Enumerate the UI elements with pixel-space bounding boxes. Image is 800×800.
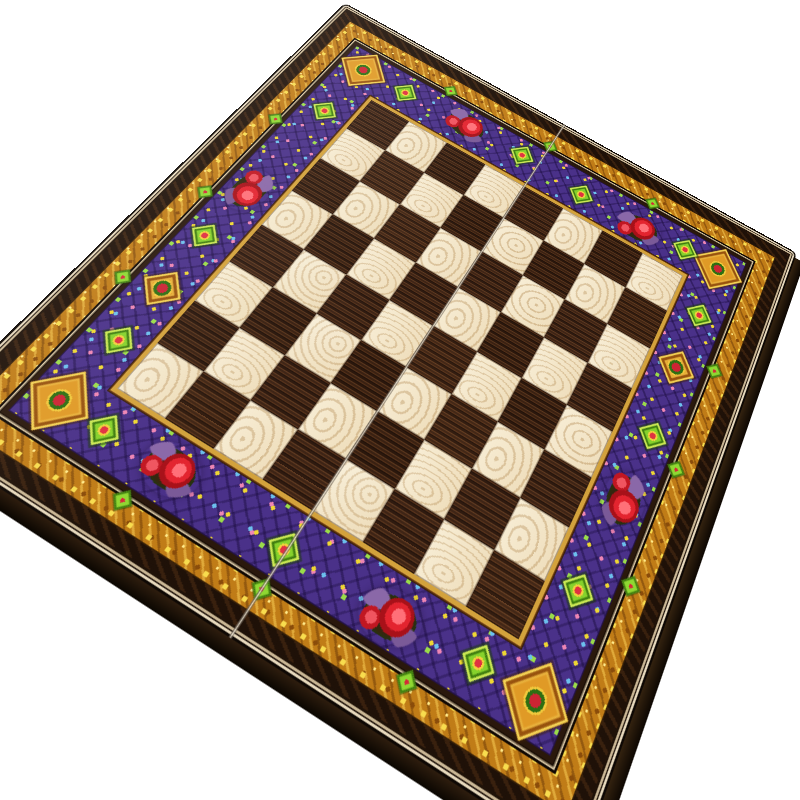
purple-arabesque-band — [8, 45, 746, 756]
outer-wood-frame — [0, 3, 797, 800]
inner-gold-border — [109, 95, 689, 648]
chess-board — [0, 3, 797, 800]
product-photo-scene — [0, 0, 800, 800]
playing-area — [117, 100, 683, 639]
